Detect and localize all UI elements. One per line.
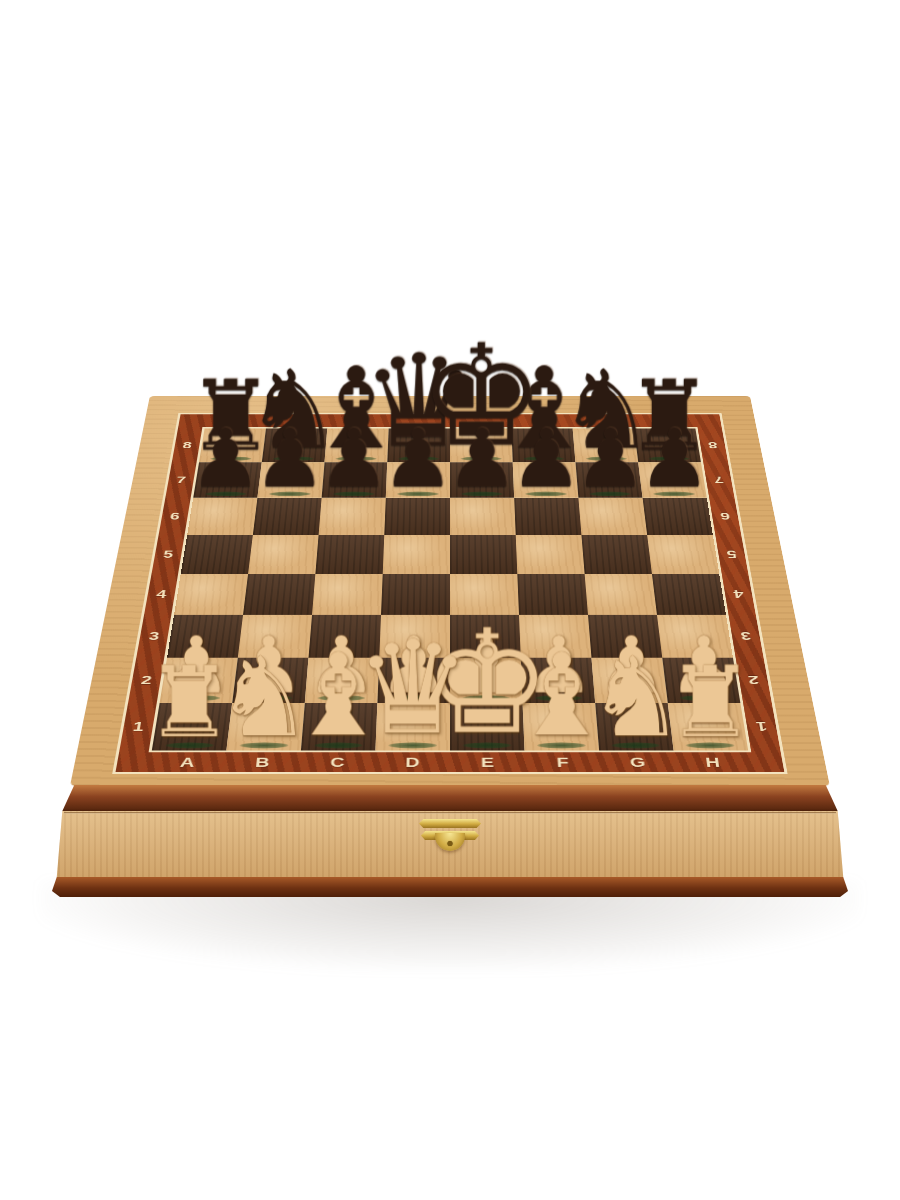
square-g6[interactable] xyxy=(578,498,647,535)
mahogany-molding-top xyxy=(52,785,848,811)
lid-seam xyxy=(64,812,836,814)
squares-grid: ♜♞♝♛♚♝♞♜♟♟♟♟♟♟♟♟♟♟♟♟♟♟♟♟♜♞♝♛♚♝♞♜ xyxy=(152,428,748,750)
rank-label-left-2: 2 xyxy=(133,673,160,686)
rank-label-left-1: 1 xyxy=(125,720,153,734)
square-d1[interactable]: ♛ xyxy=(375,703,450,751)
square-c4[interactable] xyxy=(312,574,383,615)
rank-label-left-4: 4 xyxy=(149,588,174,600)
square-g1[interactable]: ♞ xyxy=(595,703,673,751)
file-label-c: C xyxy=(324,755,351,769)
chess-set-photo: ♜♞♝♛♚♝♞♜♟♟♟♟♟♟♟♟♟♟♟♟♟♟♟♟♜♞♝♛♚♝♞♜ 8765432… xyxy=(0,0,900,1200)
square-f5[interactable] xyxy=(516,535,585,574)
latch-top-plate xyxy=(419,819,481,828)
square-b4[interactable] xyxy=(243,574,315,615)
mahogany-molding-bottom xyxy=(52,877,848,897)
square-d6[interactable] xyxy=(384,498,450,535)
piece-black-pawn-h7[interactable]: ♟ xyxy=(590,421,759,495)
file-label-g: G xyxy=(624,755,651,769)
square-g4[interactable] xyxy=(585,574,657,615)
rank-label-right-1: 1 xyxy=(748,720,776,734)
file-label-e: E xyxy=(475,755,501,769)
file-label-h: H xyxy=(699,755,727,769)
square-e6[interactable] xyxy=(450,498,516,535)
square-g5[interactable] xyxy=(581,535,651,574)
square-b1[interactable]: ♞ xyxy=(226,703,304,751)
square-e5[interactable] xyxy=(450,535,517,574)
square-f6[interactable] xyxy=(514,498,581,535)
square-b6[interactable] xyxy=(253,498,322,535)
square-b5[interactable] xyxy=(248,535,318,574)
storage-box-front xyxy=(52,785,848,897)
file-label-b: B xyxy=(249,755,276,769)
rank-label-right-2: 2 xyxy=(740,673,767,686)
rank-label-right-6: 6 xyxy=(713,511,737,522)
square-c5[interactable] xyxy=(315,535,384,574)
square-d5[interactable] xyxy=(383,535,450,574)
square-a6[interactable] xyxy=(187,498,257,535)
brass-latch-icon xyxy=(415,819,485,861)
square-c6[interactable] xyxy=(319,498,386,535)
square-h7[interactable]: ♟ xyxy=(638,462,707,497)
rank-label-left-5: 5 xyxy=(156,549,181,560)
rank-label-left-6: 6 xyxy=(163,511,187,522)
square-a4[interactable] xyxy=(174,574,248,615)
chess-board: ♜♞♝♛♚♝♞♜♟♟♟♟♟♟♟♟♟♟♟♟♟♟♟♟♜♞♝♛♚♝♞♜ 8765432… xyxy=(70,396,830,786)
rank-label-right-5: 5 xyxy=(719,549,744,560)
square-h5[interactable] xyxy=(647,535,719,574)
square-h6[interactable] xyxy=(643,498,713,535)
square-a5[interactable] xyxy=(181,535,253,574)
rank-label-right-4: 4 xyxy=(726,588,751,600)
rank-label-left-8: 8 xyxy=(176,440,199,450)
rank-label-left-3: 3 xyxy=(141,630,167,642)
piece-white-queen-d1[interactable]: ♛ xyxy=(315,629,511,748)
rank-label-right-8: 8 xyxy=(701,440,724,450)
file-label-f: F xyxy=(549,755,576,769)
file-label-a: A xyxy=(173,755,201,769)
file-label-d: D xyxy=(399,755,425,769)
rank-label-left-7: 7 xyxy=(169,475,192,485)
rank-label-right-7: 7 xyxy=(707,475,730,485)
latch-pin xyxy=(448,841,453,846)
square-h4[interactable] xyxy=(652,574,726,615)
rank-label-right-3: 3 xyxy=(733,630,759,642)
